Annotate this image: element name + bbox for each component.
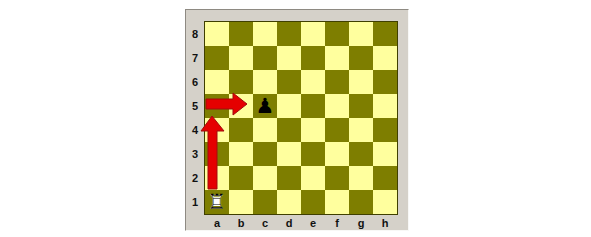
square-e8[interactable] [301,22,325,46]
square-d8[interactable] [277,22,301,46]
square-c4[interactable] [253,118,277,142]
page: 87654321 ♟♜♖ abcdefgh [0,0,591,237]
square-c1[interactable] [253,190,277,214]
rank-label-8: 8 [186,22,204,46]
square-g3[interactable] [349,142,373,166]
square-g5[interactable] [349,94,373,118]
file-label-e: e [301,217,325,229]
square-e7[interactable] [301,46,325,70]
square-a6[interactable] [205,70,229,94]
square-a2[interactable] [205,166,229,190]
square-h3[interactable] [373,142,397,166]
square-e2[interactable] [301,166,325,190]
square-a7[interactable] [205,46,229,70]
square-c3[interactable] [253,142,277,166]
chess-board-panel: 87654321 ♟♜♖ abcdefgh [185,9,409,231]
square-g1[interactable] [349,190,373,214]
square-a4[interactable] [205,118,229,142]
square-f4[interactable] [325,118,349,142]
square-h8[interactable] [373,22,397,46]
file-label-a: a [205,217,229,229]
square-a8[interactable] [205,22,229,46]
square-d2[interactable] [277,166,301,190]
square-d3[interactable] [277,142,301,166]
file-label-d: d [277,217,301,229]
square-b8[interactable] [229,22,253,46]
square-c2[interactable] [253,166,277,190]
chess-board[interactable]: ♟♜♖ [204,21,398,215]
square-e3[interactable] [301,142,325,166]
square-c7[interactable] [253,46,277,70]
square-b3[interactable] [229,142,253,166]
file-label-h: h [373,217,397,229]
square-e1[interactable] [301,190,325,214]
square-b1[interactable] [229,190,253,214]
square-d7[interactable] [277,46,301,70]
square-g6[interactable] [349,70,373,94]
square-f6[interactable] [325,70,349,94]
square-b4[interactable] [229,118,253,142]
square-f5[interactable] [325,94,349,118]
square-f1[interactable] [325,190,349,214]
black-pawn[interactable]: ♟ [253,94,277,118]
square-f7[interactable] [325,46,349,70]
square-c5[interactable]: ♟ [253,94,277,118]
square-a1[interactable]: ♜♖ [205,190,229,214]
square-c6[interactable] [253,70,277,94]
square-d1[interactable] [277,190,301,214]
file-label-c: c [253,217,277,229]
rank-label-4: 4 [186,118,204,142]
square-h4[interactable] [373,118,397,142]
square-a3[interactable] [205,142,229,166]
square-f8[interactable] [325,22,349,46]
square-g8[interactable] [349,22,373,46]
square-d4[interactable] [277,118,301,142]
square-h1[interactable] [373,190,397,214]
rank-labels: 87654321 [186,21,204,215]
square-b2[interactable] [229,166,253,190]
square-g7[interactable] [349,46,373,70]
rank-label-2: 2 [186,166,204,190]
square-c8[interactable] [253,22,277,46]
rank-label-6: 6 [186,70,204,94]
rank-label-5: 5 [186,94,204,118]
file-label-b: b [229,217,253,229]
square-h7[interactable] [373,46,397,70]
square-d6[interactable] [277,70,301,94]
square-e5[interactable] [301,94,325,118]
square-b5[interactable] [229,94,253,118]
rank-label-7: 7 [186,46,204,70]
square-a5[interactable] [205,94,229,118]
square-d5[interactable] [277,94,301,118]
square-f3[interactable] [325,142,349,166]
file-labels: abcdefgh [204,215,398,230]
file-label-g: g [349,217,373,229]
square-h5[interactable] [373,94,397,118]
square-f2[interactable] [325,166,349,190]
square-h2[interactable] [373,166,397,190]
white-rook-fill: ♜ [205,190,229,214]
rank-label-1: 1 [186,190,204,214]
square-e6[interactable] [301,70,325,94]
square-b7[interactable] [229,46,253,70]
file-label-f: f [325,217,349,229]
square-g4[interactable] [349,118,373,142]
white-rook[interactable]: ♖ [205,190,229,214]
square-e4[interactable] [301,118,325,142]
square-h6[interactable] [373,70,397,94]
square-b6[interactable] [229,70,253,94]
square-g2[interactable] [349,166,373,190]
rank-label-3: 3 [186,142,204,166]
